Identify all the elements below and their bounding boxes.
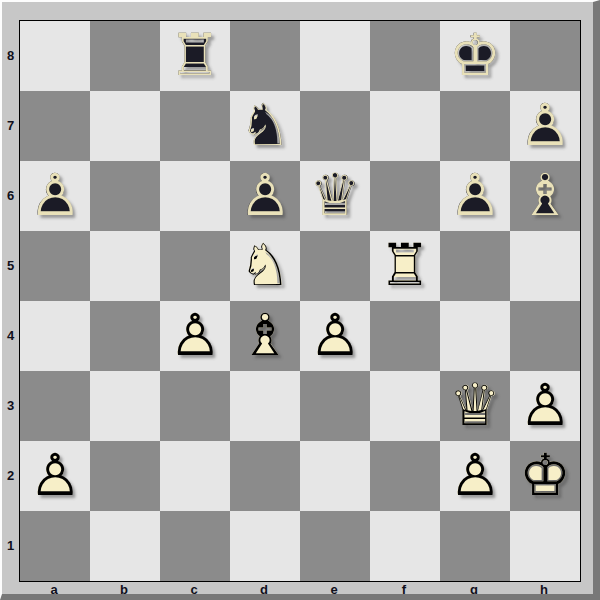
square-b5[interactable] — [90, 231, 160, 301]
piece-outline-layer: ♗ — [230, 301, 300, 371]
piece-fill-layer: ♟ — [440, 161, 510, 231]
file-label-f: f — [369, 582, 439, 597]
piece-outline-layer: ♙ — [20, 161, 90, 231]
file-label-h: h — [509, 582, 579, 597]
square-c6[interactable] — [160, 161, 230, 231]
file-label-d: d — [229, 582, 299, 597]
file-labels: abcdefgh — [19, 582, 579, 597]
square-h1[interactable] — [510, 511, 580, 581]
square-g8[interactable]: ♚♔ — [440, 21, 510, 91]
white-king[interactable]: ♚♔ — [510, 441, 580, 511]
square-g7[interactable] — [440, 91, 510, 161]
rank-label-4: 4 — [2, 300, 19, 370]
square-f2[interactable] — [370, 441, 440, 511]
square-d8[interactable] — [230, 21, 300, 91]
square-h6[interactable]: ♝♗ — [510, 161, 580, 231]
piece-fill-layer: ♟ — [510, 371, 580, 441]
rank-label-2: 2 — [2, 440, 19, 510]
piece-fill-layer: ♜ — [370, 231, 440, 301]
square-a7[interactable] — [20, 91, 90, 161]
square-d5[interactable]: ♞♘ — [230, 231, 300, 301]
piece-fill-layer: ♛ — [300, 161, 370, 231]
piece-fill-layer: ♜ — [160, 21, 230, 91]
square-h7[interactable]: ♟♙ — [510, 91, 580, 161]
square-f3[interactable] — [370, 371, 440, 441]
square-f5[interactable]: ♜♖ — [370, 231, 440, 301]
white-pawn[interactable]: ♟♙ — [300, 301, 370, 371]
piece-outline-layer: ♕ — [440, 371, 510, 441]
square-a8[interactable] — [20, 21, 90, 91]
square-e7[interactable] — [300, 91, 370, 161]
rank-label-7: 7 — [2, 90, 19, 160]
piece-fill-layer: ♟ — [440, 441, 510, 511]
piece-fill-layer: ♛ — [440, 371, 510, 441]
square-c1[interactable] — [160, 511, 230, 581]
square-h4[interactable] — [510, 301, 580, 371]
square-g4[interactable] — [440, 301, 510, 371]
white-knight[interactable]: ♞♘ — [230, 231, 300, 301]
black-rook[interactable]: ♜♖ — [160, 21, 230, 91]
file-label-c: c — [159, 582, 229, 597]
piece-outline-layer: ♙ — [230, 161, 300, 231]
square-h3[interactable]: ♟♙ — [510, 371, 580, 441]
square-h2[interactable]: ♚♔ — [510, 441, 580, 511]
rank-label-6: 6 — [2, 160, 19, 230]
black-pawn[interactable]: ♟♙ — [230, 161, 300, 231]
white-pawn[interactable]: ♟♙ — [510, 371, 580, 441]
square-e4[interactable]: ♟♙ — [300, 301, 370, 371]
square-e3[interactable] — [300, 371, 370, 441]
square-b6[interactable] — [90, 161, 160, 231]
piece-outline-layer: ♘ — [230, 231, 300, 301]
piece-outline-layer: ♖ — [160, 21, 230, 91]
piece-fill-layer: ♟ — [20, 441, 90, 511]
chess-diagram-frame: 87654321 ♜♖♚♔♞♘♟♙♟♙♟♙♛♕♟♙♝♗♞♘♜♖♟♙♝♗♟♙♛♕♟… — [0, 0, 600, 600]
rank-label-8: 8 — [2, 20, 19, 90]
piece-fill-layer: ♟ — [510, 91, 580, 161]
square-d2[interactable] — [230, 441, 300, 511]
square-e6[interactable]: ♛♕ — [300, 161, 370, 231]
square-f7[interactable] — [370, 91, 440, 161]
white-bishop[interactable]: ♝♗ — [230, 301, 300, 371]
square-a6[interactable]: ♟♙ — [20, 161, 90, 231]
rank-label-1: 1 — [2, 510, 19, 580]
piece-outline-layer: ♙ — [160, 301, 230, 371]
file-label-e: e — [299, 582, 369, 597]
piece-fill-layer: ♚ — [440, 21, 510, 91]
piece-outline-layer: ♙ — [440, 441, 510, 511]
square-d6[interactable]: ♟♙ — [230, 161, 300, 231]
piece-outline-layer: ♙ — [510, 371, 580, 441]
square-b1[interactable] — [90, 511, 160, 581]
square-b4[interactable] — [90, 301, 160, 371]
square-f6[interactable] — [370, 161, 440, 231]
piece-fill-layer: ♞ — [230, 231, 300, 301]
square-b7[interactable] — [90, 91, 160, 161]
black-queen[interactable]: ♛♕ — [300, 161, 370, 231]
piece-outline-layer: ♙ — [20, 441, 90, 511]
file-label-b: b — [89, 582, 159, 597]
black-pawn[interactable]: ♟♙ — [440, 161, 510, 231]
file-label-a: a — [19, 582, 89, 597]
white-pawn[interactable]: ♟♙ — [160, 301, 230, 371]
file-label-g: g — [439, 582, 509, 597]
square-h8[interactable] — [510, 21, 580, 91]
piece-outline-layer: ♔ — [440, 21, 510, 91]
square-g1[interactable] — [440, 511, 510, 581]
square-g2[interactable]: ♟♙ — [440, 441, 510, 511]
square-a4[interactable] — [20, 301, 90, 371]
piece-outline-layer: ♔ — [510, 441, 580, 511]
white-rook[interactable]: ♜♖ — [370, 231, 440, 301]
piece-fill-layer: ♚ — [510, 441, 580, 511]
piece-fill-layer: ♝ — [510, 161, 580, 231]
black-pawn[interactable]: ♟♙ — [510, 91, 580, 161]
square-a5[interactable] — [20, 231, 90, 301]
square-c7[interactable] — [160, 91, 230, 161]
square-e8[interactable] — [300, 21, 370, 91]
square-b3[interactable] — [90, 371, 160, 441]
white-pawn[interactable]: ♟♙ — [20, 441, 90, 511]
square-e2[interactable] — [300, 441, 370, 511]
square-a2[interactable]: ♟♙ — [20, 441, 90, 511]
square-f4[interactable] — [370, 301, 440, 371]
square-d1[interactable] — [230, 511, 300, 581]
black-pawn[interactable]: ♟♙ — [20, 161, 90, 231]
square-b8[interactable] — [90, 21, 160, 91]
black-knight[interactable]: ♞♘ — [230, 91, 300, 161]
piece-fill-layer: ♟ — [230, 161, 300, 231]
square-f1[interactable] — [370, 511, 440, 581]
black-bishop[interactable]: ♝♗ — [510, 161, 580, 231]
square-h5[interactable] — [510, 231, 580, 301]
square-c4[interactable]: ♟♙ — [160, 301, 230, 371]
rank-labels: 87654321 — [2, 20, 19, 580]
piece-outline-layer: ♙ — [300, 301, 370, 371]
square-g5[interactable] — [440, 231, 510, 301]
square-a1[interactable] — [20, 511, 90, 581]
board: ♜♖♚♔♞♘♟♙♟♙♟♙♛♕♟♙♝♗♞♘♜♖♟♙♝♗♟♙♛♕♟♙♟♙♟♙♚♔ — [19, 20, 581, 582]
square-d4[interactable]: ♝♗ — [230, 301, 300, 371]
square-d7[interactable]: ♞♘ — [230, 91, 300, 161]
piece-outline-layer: ♖ — [370, 231, 440, 301]
piece-outline-layer: ♘ — [230, 91, 300, 161]
square-e1[interactable] — [300, 511, 370, 581]
square-c5[interactable] — [160, 231, 230, 301]
square-d3[interactable] — [230, 371, 300, 441]
rank-label-5: 5 — [2, 230, 19, 300]
square-c2[interactable] — [160, 441, 230, 511]
piece-fill-layer: ♝ — [230, 301, 300, 371]
square-c8[interactable]: ♜♖ — [160, 21, 230, 91]
square-c3[interactable] — [160, 371, 230, 441]
white-pawn[interactable]: ♟♙ — [440, 441, 510, 511]
square-b2[interactable] — [90, 441, 160, 511]
black-king[interactable]: ♚♔ — [440, 21, 510, 91]
piece-fill-layer: ♞ — [230, 91, 300, 161]
square-f8[interactable] — [370, 21, 440, 91]
piece-outline-layer: ♙ — [510, 91, 580, 161]
piece-fill-layer: ♟ — [300, 301, 370, 371]
piece-fill-layer: ♟ — [20, 161, 90, 231]
square-g6[interactable]: ♟♙ — [440, 161, 510, 231]
piece-outline-layer: ♙ — [440, 161, 510, 231]
white-queen[interactable]: ♛♕ — [440, 371, 510, 441]
square-g3[interactable]: ♛♕ — [440, 371, 510, 441]
piece-outline-layer: ♕ — [300, 161, 370, 231]
rank-label-3: 3 — [2, 370, 19, 440]
piece-fill-layer: ♟ — [160, 301, 230, 371]
square-e5[interactable] — [300, 231, 370, 301]
square-a3[interactable] — [20, 371, 90, 441]
piece-outline-layer: ♗ — [510, 161, 580, 231]
